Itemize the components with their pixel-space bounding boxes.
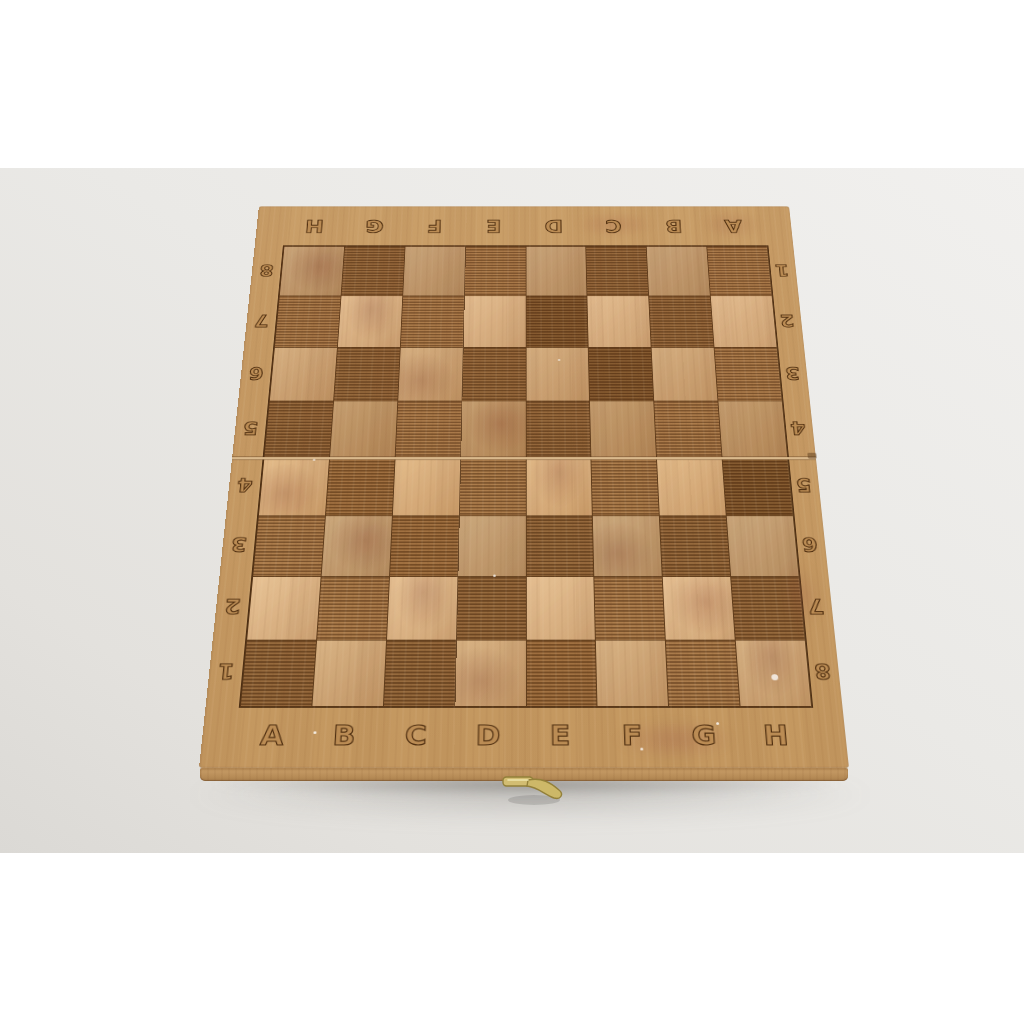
square-g4 xyxy=(657,458,726,516)
square-f6 xyxy=(589,348,654,401)
file-label-top-cell: B xyxy=(643,206,705,245)
file-label-top-cell: C xyxy=(583,206,644,245)
rank-label-right-cell: 3 xyxy=(775,346,810,400)
square-e6 xyxy=(526,348,589,401)
file-label-bottom: E xyxy=(550,722,571,749)
rank-label-right: 6 xyxy=(801,534,818,553)
file-label-top: D xyxy=(545,217,564,234)
square-b2 xyxy=(317,577,389,640)
square-g2 xyxy=(663,577,735,640)
file-label-top: H xyxy=(305,217,325,234)
square-e4 xyxy=(526,458,592,516)
file-label-top-cell: G xyxy=(343,206,405,245)
square-f3 xyxy=(593,516,662,576)
square-d8 xyxy=(465,247,526,296)
file-label-top: B xyxy=(665,217,683,234)
file-label-top: C xyxy=(605,217,622,234)
rank-label-right: 2 xyxy=(779,312,795,328)
square-b7 xyxy=(338,296,402,347)
file-label-bottom-cell: C xyxy=(379,704,453,768)
square-c6 xyxy=(398,348,462,401)
square-c4 xyxy=(393,458,460,516)
file-label-top-cell: H xyxy=(283,206,346,245)
rank-label-left: 1 xyxy=(217,660,235,681)
file-label-bottom: F xyxy=(621,722,642,749)
square-g3 xyxy=(660,516,730,576)
rank-label-right-cell: 5 xyxy=(785,456,822,514)
rank-label-left: 2 xyxy=(223,596,241,616)
square-d7 xyxy=(463,296,525,347)
square-b3 xyxy=(321,516,391,576)
file-label-top-cell: E xyxy=(464,206,524,245)
square-e2 xyxy=(526,577,595,640)
square-e7 xyxy=(526,296,588,347)
brass-clasp-icon xyxy=(498,774,570,808)
square-b8 xyxy=(341,247,404,296)
rank-label-left-cell: 8 xyxy=(249,245,282,294)
chess-board: HGFEDCBA ABCDEFGH 87654321 12345678 xyxy=(199,206,849,768)
rank-label-right-cell: 2 xyxy=(770,295,804,346)
rank-label-left: 4 xyxy=(236,475,253,493)
file-label-top-cell: D xyxy=(524,206,584,245)
square-d1 xyxy=(455,640,525,706)
file-label-top: A xyxy=(724,217,743,234)
square-h1 xyxy=(736,640,811,706)
rank-label-left: 5 xyxy=(242,419,259,437)
rank-label-left: 6 xyxy=(248,364,264,381)
rank-label-right: 3 xyxy=(784,364,800,381)
page-background: HGFEDCBA ABCDEFGH 87654321 12345678 xyxy=(0,0,1024,1024)
file-label-bottom: B xyxy=(332,722,356,749)
file-label-top: G xyxy=(365,217,384,234)
fold-seam-notch xyxy=(807,453,817,459)
rank-label-right-cell: 4 xyxy=(780,400,816,456)
rank-label-left-cell: 6 xyxy=(238,346,273,400)
rank-label-left: 3 xyxy=(230,534,247,553)
rank-label-left: 8 xyxy=(259,262,275,278)
square-a4 xyxy=(259,458,329,516)
square-e5 xyxy=(526,402,591,457)
square-h3 xyxy=(727,516,799,576)
square-c7 xyxy=(401,296,464,347)
square-f4 xyxy=(592,458,659,516)
square-h5 xyxy=(719,402,788,457)
fold-seam xyxy=(232,456,816,461)
file-label-bottom: G xyxy=(691,722,717,749)
file-label-top: E xyxy=(486,217,501,234)
square-a7 xyxy=(275,296,341,347)
square-h4 xyxy=(723,458,793,516)
square-d2 xyxy=(457,577,526,640)
square-a2 xyxy=(247,577,320,640)
file-label-bottom-cell: F xyxy=(595,704,669,768)
square-g7 xyxy=(649,296,713,347)
square-e1 xyxy=(526,640,596,706)
square-h7 xyxy=(711,296,777,347)
square-g5 xyxy=(654,402,721,457)
square-h2 xyxy=(731,577,804,640)
file-label-bottom: A xyxy=(259,722,284,749)
square-f5 xyxy=(590,402,656,457)
rank-label-left-cell: 7 xyxy=(244,295,278,346)
square-g8 xyxy=(647,247,710,296)
square-a5 xyxy=(265,402,333,457)
square-b6 xyxy=(334,348,400,401)
square-c5 xyxy=(395,402,461,457)
square-h8 xyxy=(707,247,771,296)
square-f7 xyxy=(588,296,651,347)
square-a3 xyxy=(253,516,325,576)
rank-label-left: 7 xyxy=(253,312,269,328)
file-label-top-cell: A xyxy=(702,206,765,245)
square-b1 xyxy=(312,640,386,706)
rank-label-left-cell: 2 xyxy=(213,575,252,638)
rank-label-right: 5 xyxy=(795,475,812,493)
square-e3 xyxy=(526,516,593,576)
rank-label-left-cell: 1 xyxy=(206,638,246,704)
file-label-bottom-cell: H xyxy=(738,704,815,768)
file-labels-bottom: ABCDEFGH xyxy=(233,704,815,768)
square-a1 xyxy=(241,640,316,706)
file-label-bottom: H xyxy=(762,722,789,749)
square-c3 xyxy=(390,516,459,576)
square-d5 xyxy=(461,402,526,457)
rank-label-left-cell: 4 xyxy=(226,456,263,514)
rank-label-right: 1 xyxy=(774,262,790,278)
rank-label-right: 7 xyxy=(807,596,825,616)
square-d3 xyxy=(458,516,525,576)
rank-label-right-cell: 6 xyxy=(791,514,829,575)
rank-label-left-cell: 5 xyxy=(232,400,268,456)
file-labels-top: HGFEDCBA xyxy=(283,206,765,245)
square-d4 xyxy=(459,458,525,516)
square-c8 xyxy=(403,247,465,296)
file-label-bottom-cell: G xyxy=(666,704,742,768)
rank-label-left-cell: 3 xyxy=(220,514,258,575)
board-grid xyxy=(239,245,813,707)
square-d6 xyxy=(462,348,525,401)
square-b4 xyxy=(326,458,395,516)
rank-label-right: 8 xyxy=(813,660,831,681)
square-f2 xyxy=(595,577,665,640)
file-label-bottom-cell: B xyxy=(306,704,382,768)
rank-label-right-cell: 1 xyxy=(765,245,798,294)
square-g6 xyxy=(652,348,718,401)
square-b5 xyxy=(330,402,397,457)
square-h6 xyxy=(715,348,782,401)
rank-label-right-cell: 7 xyxy=(797,575,836,638)
rank-label-right-cell: 8 xyxy=(803,638,843,704)
square-c2 xyxy=(387,577,457,640)
file-label-top: F xyxy=(426,217,442,234)
file-label-bottom: D xyxy=(475,722,500,749)
file-label-bottom: C xyxy=(405,722,428,749)
file-label-bottom-cell: E xyxy=(524,704,597,768)
square-f1 xyxy=(596,640,668,706)
square-g1 xyxy=(666,640,740,706)
file-label-top-cell: F xyxy=(403,206,464,245)
rank-label-right: 4 xyxy=(789,419,806,437)
square-a6 xyxy=(270,348,337,401)
photo-backdrop: HGFEDCBA ABCDEFGH 87654321 12345678 xyxy=(0,168,1024,853)
square-f8 xyxy=(586,247,648,296)
square-c1 xyxy=(384,640,456,706)
square-a8 xyxy=(280,247,344,296)
file-label-bottom-cell: A xyxy=(233,704,310,768)
file-label-bottom-cell: D xyxy=(451,704,524,768)
square-e8 xyxy=(526,247,587,296)
